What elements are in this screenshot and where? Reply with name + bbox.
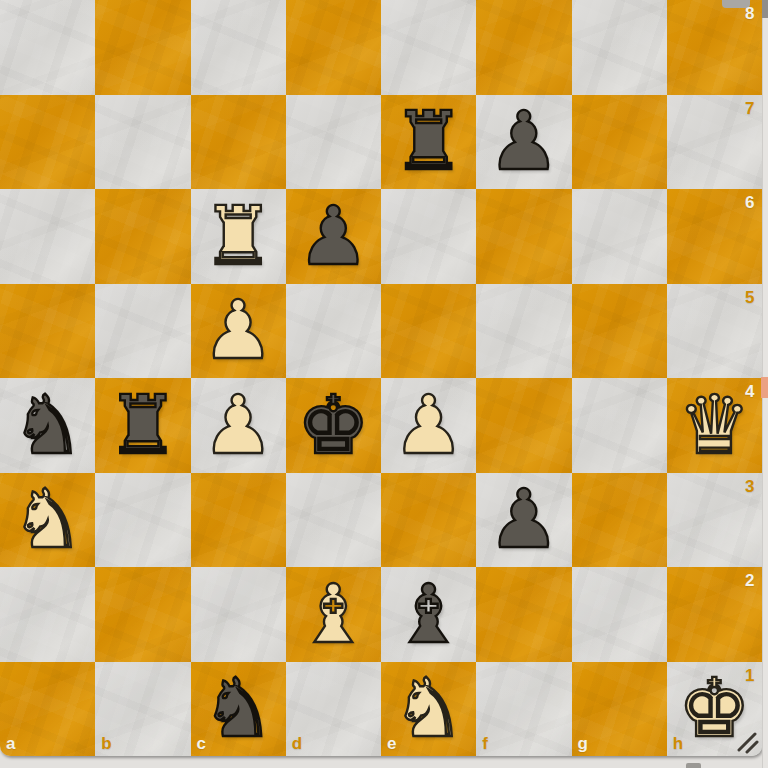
square-f8[interactable] [476, 0, 571, 95]
square-e6[interactable] [381, 189, 476, 284]
square-b5[interactable] [95, 284, 190, 379]
square-e3[interactable] [381, 473, 476, 568]
square-c2[interactable] [191, 567, 286, 662]
square-d3[interactable] [286, 473, 381, 568]
white-pawn-c4[interactable]: ♟ [191, 378, 286, 473]
square-f1[interactable] [476, 662, 571, 757]
square-f2[interactable] [476, 567, 571, 662]
black-pawn-d6[interactable]: ♟ [286, 189, 381, 284]
square-c3[interactable] [191, 473, 286, 568]
black-bishop-e2[interactable]: ♝ [381, 567, 476, 662]
square-c7[interactable] [191, 95, 286, 190]
cutoff-element-bottom [686, 763, 701, 768]
square-a1[interactable] [0, 662, 95, 757]
cutoff-element-top [722, 0, 750, 8]
board-resize-handle-icon[interactable] [733, 728, 759, 754]
black-king-d4[interactable]: ♚ [286, 378, 381, 473]
scrollbar-thumb[interactable] [762, 0, 768, 18]
square-b3[interactable] [95, 473, 190, 568]
square-a2[interactable] [0, 567, 95, 662]
white-pawn-e4[interactable]: ♟ [381, 378, 476, 473]
square-g2[interactable] [572, 567, 667, 662]
square-b2[interactable] [95, 567, 190, 662]
square-h7[interactable] [667, 95, 762, 190]
square-f5[interactable] [476, 284, 571, 379]
black-knight-a4[interactable]: ♞ [0, 378, 95, 473]
square-d8[interactable] [286, 0, 381, 95]
square-b8[interactable] [95, 0, 190, 95]
white-knight-e1[interactable]: ♞ [381, 662, 476, 757]
white-queen-h4[interactable]: ♛ [667, 378, 762, 473]
square-g8[interactable] [572, 0, 667, 95]
square-g6[interactable] [572, 189, 667, 284]
square-a6[interactable] [0, 189, 95, 284]
square-g7[interactable] [572, 95, 667, 190]
black-rook-b4[interactable]: ♜ [95, 378, 190, 473]
square-g1[interactable] [572, 662, 667, 757]
square-b6[interactable] [95, 189, 190, 284]
square-g4[interactable] [572, 378, 667, 473]
square-g3[interactable] [572, 473, 667, 568]
square-b7[interactable] [95, 95, 190, 190]
square-a5[interactable] [0, 284, 95, 379]
square-f4[interactable] [476, 378, 571, 473]
square-e5[interactable] [381, 284, 476, 379]
square-d7[interactable] [286, 95, 381, 190]
white-knight-a3[interactable]: ♞ [0, 473, 95, 568]
square-c8[interactable] [191, 0, 286, 95]
square-h3[interactable] [667, 473, 762, 568]
square-h6[interactable] [667, 189, 762, 284]
square-d5[interactable] [286, 284, 381, 379]
square-d1[interactable] [286, 662, 381, 757]
square-h2[interactable] [667, 567, 762, 662]
square-b1[interactable] [95, 662, 190, 757]
black-knight-c1[interactable]: ♞ [191, 662, 286, 757]
square-f6[interactable] [476, 189, 571, 284]
white-rook-c6[interactable]: ♜ [191, 189, 286, 284]
side-marker [761, 377, 768, 398]
black-pawn-f3[interactable]: ♟ [476, 473, 571, 568]
black-pawn-f7[interactable]: ♟ [476, 95, 571, 190]
square-h5[interactable] [667, 284, 762, 379]
square-a8[interactable] [0, 0, 95, 95]
white-pawn-c5[interactable]: ♟ [191, 284, 286, 379]
black-rook-e7[interactable]: ♜ [381, 95, 476, 190]
square-a7[interactable] [0, 95, 95, 190]
square-g5[interactable] [572, 284, 667, 379]
chess-board[interactable]: 87654321abcdefgh ♜♟♜♟♟♞♜♟♚♟♛♞♟♝♝♞♞♚ [0, 0, 762, 756]
white-bishop-d2[interactable]: ♝ [286, 567, 381, 662]
square-h8[interactable] [667, 0, 762, 95]
square-e8[interactable] [381, 0, 476, 95]
